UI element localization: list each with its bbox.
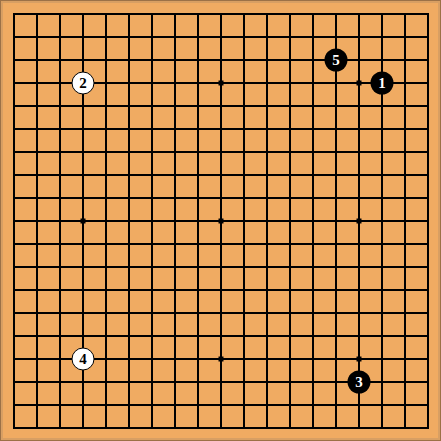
stone-black-5[interactable]: 5 bbox=[325, 49, 348, 72]
grid-line-horizontal-11 bbox=[13, 243, 429, 245]
star-point-16-16 bbox=[357, 357, 362, 362]
grid-line-vertical-11 bbox=[243, 13, 245, 429]
star-point-16-10 bbox=[357, 219, 362, 224]
grid-line-vertical-14 bbox=[312, 13, 314, 429]
stone-black-3[interactable]: 3 bbox=[348, 371, 371, 394]
stone-number: 5 bbox=[332, 52, 340, 68]
grid-line-vertical-15 bbox=[335, 13, 337, 429]
grid-line-horizontal-14 bbox=[13, 312, 429, 314]
grid-line-horizontal-18 bbox=[13, 404, 429, 406]
go-board[interactable]: 12345 bbox=[0, 0, 441, 441]
stone-white-4[interactable]: 4 bbox=[72, 348, 95, 371]
stone-number: 2 bbox=[79, 75, 87, 91]
grid-line-horizontal-12 bbox=[13, 266, 429, 268]
stone-number: 4 bbox=[79, 351, 87, 367]
star-point-10-10 bbox=[219, 219, 224, 224]
grid-line-vertical-18 bbox=[404, 13, 406, 429]
grid-line-vertical-13 bbox=[289, 13, 291, 429]
grid-line-horizontal-19 bbox=[13, 427, 429, 429]
grid-line-vertical-12 bbox=[266, 13, 268, 429]
star-point-10-16 bbox=[219, 357, 224, 362]
stone-number: 3 bbox=[355, 374, 363, 390]
stone-number: 1 bbox=[378, 75, 386, 91]
star-point-4-10 bbox=[81, 219, 86, 224]
star-point-10-4 bbox=[219, 81, 224, 86]
stone-white-2[interactable]: 2 bbox=[72, 72, 95, 95]
star-point-16-4 bbox=[357, 81, 362, 86]
grid-line-horizontal-15 bbox=[13, 335, 429, 337]
grid-line-vertical-19 bbox=[427, 13, 429, 429]
grid-line-horizontal-13 bbox=[13, 289, 429, 291]
stone-black-1[interactable]: 1 bbox=[371, 72, 394, 95]
